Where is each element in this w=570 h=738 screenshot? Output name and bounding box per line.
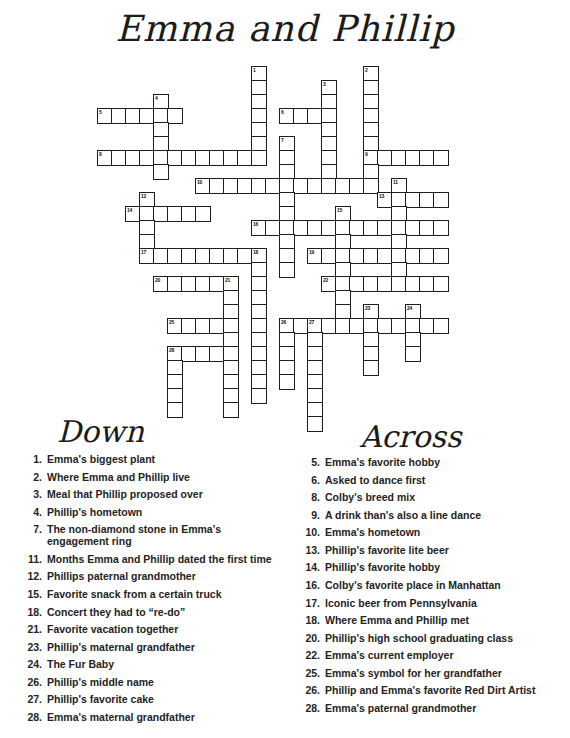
- clue-text-continued: engagement ring: [47, 535, 308, 547]
- clue-item: 1.Emma's biggest plant: [24, 453, 308, 465]
- clue-item: 26.Phillip and Emma's favorite Red Dirt …: [302, 684, 570, 696]
- clue-text: Colby's favorite place in Manhattan: [325, 579, 570, 591]
- clue-text: Phillip's hometown: [47, 506, 308, 518]
- clue-text: Emma's paternal grandmother: [325, 702, 570, 714]
- cell-number: 8: [99, 152, 101, 157]
- cell-number: 27: [309, 320, 314, 325]
- grid-cell[interactable]: [223, 402, 239, 418]
- cell-number: 9: [365, 152, 367, 157]
- clue-text: Emma's biggest plant: [47, 453, 308, 465]
- clue-number: 14.: [302, 561, 320, 573]
- clue-number: 28.: [24, 711, 42, 723]
- clue-item: 24.The Fur Baby: [24, 658, 308, 670]
- cell-number: 14: [127, 208, 132, 213]
- cell-number: 17: [141, 250, 146, 255]
- clue-number: 10.: [302, 526, 320, 538]
- grid-cell[interactable]: [433, 192, 449, 208]
- cell-number: 22: [323, 278, 328, 283]
- clue-text: Asked to dance first: [325, 474, 570, 486]
- clue-text: Phillip's maternal grandfather: [47, 641, 308, 653]
- clue-number: 18.: [302, 614, 320, 626]
- clue-text: Favorite vacation together: [47, 623, 308, 635]
- clue-item: 4.Phillip's hometown: [24, 506, 308, 518]
- grid-cell[interactable]: [167, 108, 183, 124]
- clue-number: 16.: [302, 579, 320, 591]
- clue-text: Colby's breed mix: [325, 491, 570, 503]
- clue-item: 17.Iconic beer from Pennsylvania: [302, 597, 570, 609]
- clue-item: 27.Phillip's favorite cake: [24, 693, 308, 705]
- clue-text: Favorite snack from a certain truck: [47, 588, 308, 600]
- clue-number: 17.: [302, 597, 320, 609]
- clue-item: 25.Emma's symbol for her grandfather: [302, 667, 570, 679]
- cell-number: 7: [281, 138, 283, 143]
- cell-number: 16: [253, 222, 258, 227]
- clue-number: 20.: [302, 632, 320, 644]
- clue-item: 20.Phillip's high school graduating clas…: [302, 632, 570, 644]
- across-header: Across: [343, 419, 478, 454]
- grid-cell[interactable]: [279, 262, 295, 278]
- cell-number: 24: [407, 306, 412, 311]
- cell-number: 10: [197, 180, 202, 185]
- clue-number: 22.: [302, 649, 320, 661]
- clue-text: Phillip's middle name: [47, 676, 308, 688]
- cell-number: 21: [225, 278, 230, 283]
- cell-number: 6: [281, 110, 283, 115]
- clue-number: 27.: [24, 693, 42, 705]
- clue-item: 12.Phillips paternal grandmother: [24, 570, 308, 582]
- cell-number: 11: [393, 180, 398, 185]
- grid-cell[interactable]: [433, 248, 449, 264]
- clue-item: 10.Emma's hometown: [302, 526, 570, 538]
- grid-cell[interactable]: [433, 318, 449, 334]
- crossword-grid: 1234567891011121314151617181920212223242…: [97, 66, 449, 434]
- cell-number: 23: [365, 306, 370, 311]
- grid-cell[interactable]: [251, 150, 267, 166]
- cell-number: 28: [169, 348, 174, 353]
- clue-item: 23.Phillip's maternal grandfather: [24, 641, 308, 653]
- clue-text: Phillip's favorite cake: [47, 693, 308, 705]
- clue-number: 6.: [302, 474, 320, 486]
- cell-number: 13: [379, 194, 384, 199]
- clue-number: 9.: [302, 509, 320, 521]
- cell-number: 5: [99, 110, 101, 115]
- clue-text: Emma's symbol for her grandfather: [325, 667, 570, 679]
- across-clue-list: 5.Emma's favorite hobby6.Asked to dance …: [302, 456, 570, 719]
- cell-number: 2: [365, 68, 367, 73]
- clue-number: 12.: [24, 570, 42, 582]
- clue-text: The non-diamond stone in Emma'sengagemen…: [47, 523, 308, 547]
- grid-cell[interactable]: [251, 388, 267, 404]
- clue-item: 9.A drink than's also a line dance: [302, 509, 570, 521]
- down-clue-list: 1.Emma's biggest plant2.Where Emma and P…: [24, 453, 308, 729]
- clue-item: 15.Favorite snack from a certain truck: [24, 588, 308, 600]
- down-header: Down: [38, 414, 163, 449]
- grid-cell[interactable]: [405, 346, 421, 362]
- clue-text: Emma's maternal grandfather: [47, 711, 308, 723]
- cell-number: 26: [281, 320, 286, 325]
- clue-text: Meal that Phillip proposed over: [47, 488, 308, 500]
- grid-cell[interactable]: [363, 360, 379, 376]
- clue-item: 28.Emma's maternal grandfather: [24, 711, 308, 723]
- clue-text: Where Emma and Phillip met: [325, 614, 570, 626]
- cell-number: 3: [323, 82, 325, 87]
- clue-text: A drink than's also a line dance: [325, 509, 570, 521]
- cell-number: 19: [309, 250, 314, 255]
- clue-number: 28.: [302, 702, 320, 714]
- clue-text: Phillip and Emma's favorite Red Dirt Art…: [325, 684, 570, 696]
- clue-number: 7.: [24, 523, 42, 547]
- grid-cell[interactable]: [167, 402, 183, 418]
- cell-number: 15: [337, 208, 342, 213]
- clue-text: Emma's current employer: [325, 649, 570, 661]
- clue-number: 15.: [24, 588, 42, 600]
- puzzle-title: Emma and Phillip: [0, 8, 570, 49]
- clue-number: 24.: [24, 658, 42, 670]
- clue-number: 25.: [302, 667, 320, 679]
- clue-number: 2.: [24, 471, 42, 483]
- clue-number: 26.: [24, 676, 42, 688]
- clue-number: 26.: [302, 684, 320, 696]
- clue-text: Emma's hometown: [325, 526, 570, 538]
- cell-number: 18: [253, 250, 258, 255]
- clue-number: 18.: [24, 606, 42, 618]
- clue-text: Where Emma and Phillip live: [47, 471, 308, 483]
- grid-cell[interactable]: [195, 206, 211, 222]
- clue-item: 18.Concert they had to “re-do”: [24, 606, 308, 618]
- clue-item: 21.Favorite vacation together: [24, 623, 308, 635]
- grid-cell[interactable]: [153, 164, 169, 180]
- clue-item: 7.The non-diamond stone in Emma'sengagem…: [24, 523, 308, 547]
- clue-number: 13.: [302, 544, 320, 556]
- grid-cell[interactable]: [433, 220, 449, 236]
- cell-number: 20: [155, 278, 160, 283]
- clue-number: 23.: [24, 641, 42, 653]
- cell-number: 25: [169, 320, 174, 325]
- clue-number: 21.: [24, 623, 42, 635]
- clue-item: 3.Meal that Phillip proposed over: [24, 488, 308, 500]
- clue-text: Phillip's favorite lite beer: [325, 544, 570, 556]
- clue-text: Phillip's high school graduating class: [325, 632, 570, 644]
- clue-item: 8.Colby's breed mix: [302, 491, 570, 503]
- clue-item: 13.Phillip's favorite lite beer: [302, 544, 570, 556]
- clue-item: 16.Colby's favorite place in Manhattan: [302, 579, 570, 591]
- clue-text: The Fur Baby: [47, 658, 308, 670]
- cell-number: 1: [253, 68, 255, 73]
- clue-number: 3.: [24, 488, 42, 500]
- clue-item: 28.Emma's paternal grandmother: [302, 702, 570, 714]
- grid-cell[interactable]: [279, 374, 295, 390]
- clue-number: 1.: [24, 453, 42, 465]
- clue-item: 22.Emma's current employer: [302, 649, 570, 661]
- clue-item: 14.Phillip's favorite hobby: [302, 561, 570, 573]
- clue-item: 6.Asked to dance first: [302, 474, 570, 486]
- clue-text: Months Emma and Phillip dated the first …: [47, 553, 308, 565]
- clue-number: 11.: [24, 553, 42, 565]
- cell-number: 12: [141, 194, 146, 199]
- clue-item: 18.Where Emma and Phillip met: [302, 614, 570, 626]
- clue-number: 8.: [302, 491, 320, 503]
- clue-text: Phillip's favorite hobby: [325, 561, 570, 573]
- clue-item: 5.Emma's favorite hobby: [302, 456, 570, 468]
- clue-text: Emma's favorite hobby: [325, 456, 570, 468]
- grid-cell[interactable]: [307, 416, 323, 432]
- clue-text: Concert they had to “re-do”: [47, 606, 308, 618]
- clue-item: 2.Where Emma and Phillip live: [24, 471, 308, 483]
- clue-text: Phillips paternal grandmother: [47, 570, 308, 582]
- grid-cell[interactable]: [433, 150, 449, 166]
- cell-number: 4: [155, 96, 157, 101]
- clue-number: 4.: [24, 506, 42, 518]
- grid-cell[interactable]: [433, 276, 449, 292]
- clue-item: 26.Phillip's middle name: [24, 676, 308, 688]
- crossword-page: { "game": "crossword", "title": "Emma an…: [0, 0, 570, 738]
- clue-text: Iconic beer from Pennsylvania: [325, 597, 570, 609]
- clue-number: 5.: [302, 456, 320, 468]
- clue-item: 11.Months Emma and Phillip dated the fir…: [24, 553, 308, 565]
